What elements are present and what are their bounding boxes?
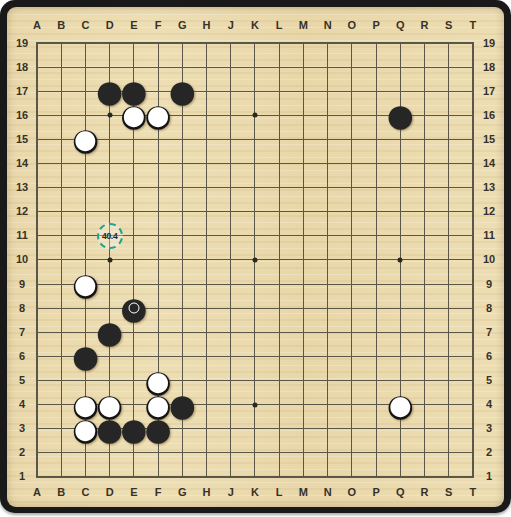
intersection-f7[interactable] xyxy=(146,320,170,344)
intersection-s1[interactable] xyxy=(437,465,461,489)
intersection-j18[interactable] xyxy=(219,55,243,79)
intersection-j19[interactable] xyxy=(219,31,243,55)
intersection-q16[interactable]: ● xyxy=(388,103,412,127)
intersection-j2[interactable] xyxy=(219,441,243,465)
intersection-a6[interactable] xyxy=(25,344,49,368)
intersection-n3[interactable] xyxy=(316,417,340,441)
intersection-c19[interactable] xyxy=(73,31,97,55)
intersection-a4[interactable] xyxy=(25,393,49,417)
intersection-g7[interactable] xyxy=(170,320,194,344)
intersection-f19[interactable] xyxy=(146,31,170,55)
intersection-q4[interactable]: ●● xyxy=(388,393,412,417)
intersection-n14[interactable] xyxy=(316,151,340,175)
intersection-b2[interactable] xyxy=(49,441,73,465)
intersection-f13[interactable] xyxy=(146,176,170,200)
intersection-b12[interactable] xyxy=(49,200,73,224)
intersection-t10[interactable] xyxy=(461,248,485,272)
intersection-a11[interactable] xyxy=(25,224,49,248)
intersection-r2[interactable] xyxy=(412,441,436,465)
intersection-k14[interactable] xyxy=(243,151,267,175)
intersection-j14[interactable] xyxy=(219,151,243,175)
intersection-p12[interactable] xyxy=(364,200,388,224)
intersection-h13[interactable] xyxy=(194,176,218,200)
intersection-c17[interactable] xyxy=(73,79,97,103)
intersection-h9[interactable] xyxy=(194,272,218,296)
intersection-d14[interactable] xyxy=(98,151,122,175)
intersection-n10[interactable] xyxy=(316,248,340,272)
intersection-b8[interactable] xyxy=(49,296,73,320)
intersection-a13[interactable] xyxy=(25,176,49,200)
intersection-c6[interactable]: ● xyxy=(73,344,97,368)
intersection-p18[interactable] xyxy=(364,55,388,79)
intersection-h10[interactable] xyxy=(194,248,218,272)
intersection-b11[interactable] xyxy=(49,224,73,248)
intersection-o17[interactable] xyxy=(340,79,364,103)
intersection-r13[interactable] xyxy=(412,176,436,200)
intersection-o13[interactable] xyxy=(340,176,364,200)
intersection-c11[interactable] xyxy=(73,224,97,248)
intersection-j17[interactable] xyxy=(219,79,243,103)
intersection-r6[interactable] xyxy=(412,344,436,368)
intersection-e14[interactable] xyxy=(122,151,146,175)
intersection-f2[interactable] xyxy=(146,441,170,465)
intersection-n11[interactable] xyxy=(316,224,340,248)
intersection-s3[interactable] xyxy=(437,417,461,441)
intersection-j10[interactable] xyxy=(219,248,243,272)
intersection-h5[interactable] xyxy=(194,368,218,392)
intersection-d12[interactable] xyxy=(98,200,122,224)
intersection-f10[interactable] xyxy=(146,248,170,272)
intersection-e16[interactable]: ●● xyxy=(122,103,146,127)
intersection-o6[interactable] xyxy=(340,344,364,368)
intersection-m7[interactable] xyxy=(291,320,315,344)
intersection-s11[interactable] xyxy=(437,224,461,248)
intersection-m1[interactable] xyxy=(291,465,315,489)
intersection-s9[interactable] xyxy=(437,272,461,296)
intersection-n19[interactable] xyxy=(316,31,340,55)
intersection-f14[interactable] xyxy=(146,151,170,175)
intersection-l9[interactable] xyxy=(267,272,291,296)
intersection-d3[interactable]: ● xyxy=(98,417,122,441)
intersection-h14[interactable] xyxy=(194,151,218,175)
intersection-k13[interactable] xyxy=(243,176,267,200)
intersection-l10[interactable] xyxy=(267,248,291,272)
intersection-g13[interactable] xyxy=(170,176,194,200)
intersection-t8[interactable] xyxy=(461,296,485,320)
intersection-h17[interactable] xyxy=(194,79,218,103)
intersection-n2[interactable] xyxy=(316,441,340,465)
intersection-q8[interactable] xyxy=(388,296,412,320)
intersection-h4[interactable] xyxy=(194,393,218,417)
intersection-l13[interactable] xyxy=(267,176,291,200)
intersection-s7[interactable] xyxy=(437,320,461,344)
intersection-g1[interactable] xyxy=(170,465,194,489)
intersection-a16[interactable] xyxy=(25,103,49,127)
intersection-k9[interactable] xyxy=(243,272,267,296)
intersection-e19[interactable] xyxy=(122,31,146,55)
intersection-f9[interactable] xyxy=(146,272,170,296)
intersection-n6[interactable] xyxy=(316,344,340,368)
intersection-e5[interactable] xyxy=(122,368,146,392)
intersection-t3[interactable] xyxy=(461,417,485,441)
intersection-o8[interactable] xyxy=(340,296,364,320)
intersection-q13[interactable] xyxy=(388,176,412,200)
intersection-r3[interactable] xyxy=(412,417,436,441)
intersection-b19[interactable] xyxy=(49,31,73,55)
intersection-r1[interactable] xyxy=(412,465,436,489)
intersection-s5[interactable] xyxy=(437,368,461,392)
intersection-l15[interactable] xyxy=(267,127,291,151)
intersection-s6[interactable] xyxy=(437,344,461,368)
intersection-s4[interactable] xyxy=(437,393,461,417)
intersection-p5[interactable] xyxy=(364,368,388,392)
intersection-d11[interactable]: 40.4 xyxy=(98,224,122,248)
intersection-m13[interactable] xyxy=(291,176,315,200)
intersection-o14[interactable] xyxy=(340,151,364,175)
intersection-j6[interactable] xyxy=(219,344,243,368)
intersection-m6[interactable] xyxy=(291,344,315,368)
intersection-l4[interactable] xyxy=(267,393,291,417)
intersection-m2[interactable] xyxy=(291,441,315,465)
intersection-s19[interactable] xyxy=(437,31,461,55)
intersection-h12[interactable] xyxy=(194,200,218,224)
intersection-k3[interactable] xyxy=(243,417,267,441)
intersection-t13[interactable] xyxy=(461,176,485,200)
intersection-t7[interactable] xyxy=(461,320,485,344)
intersection-f12[interactable] xyxy=(146,200,170,224)
intersection-m16[interactable] xyxy=(291,103,315,127)
intersection-m18[interactable] xyxy=(291,55,315,79)
intersection-s10[interactable] xyxy=(437,248,461,272)
intersection-t5[interactable] xyxy=(461,368,485,392)
intersection-b13[interactable] xyxy=(49,176,73,200)
intersection-m14[interactable] xyxy=(291,151,315,175)
intersection-d15[interactable] xyxy=(98,127,122,151)
intersection-p4[interactable] xyxy=(364,393,388,417)
intersection-b14[interactable] xyxy=(49,151,73,175)
intersection-p17[interactable] xyxy=(364,79,388,103)
intersection-b18[interactable] xyxy=(49,55,73,79)
intersection-c2[interactable] xyxy=(73,441,97,465)
intersection-r17[interactable] xyxy=(412,79,436,103)
intersection-q12[interactable] xyxy=(388,200,412,224)
intersection-q1[interactable] xyxy=(388,465,412,489)
intersection-p15[interactable] xyxy=(364,127,388,151)
intersection-g6[interactable] xyxy=(170,344,194,368)
intersection-c12[interactable] xyxy=(73,200,97,224)
intersection-m4[interactable] xyxy=(291,393,315,417)
intersection-j15[interactable] xyxy=(219,127,243,151)
intersection-b16[interactable] xyxy=(49,103,73,127)
intersection-t18[interactable] xyxy=(461,55,485,79)
intersection-o16[interactable] xyxy=(340,103,364,127)
intersection-e12[interactable] xyxy=(122,200,146,224)
intersection-k18[interactable] xyxy=(243,55,267,79)
intersection-l19[interactable] xyxy=(267,31,291,55)
intersection-n16[interactable] xyxy=(316,103,340,127)
intersection-l11[interactable] xyxy=(267,224,291,248)
intersection-q7[interactable] xyxy=(388,320,412,344)
intersection-a17[interactable] xyxy=(25,79,49,103)
intersection-h18[interactable] xyxy=(194,55,218,79)
intersection-j8[interactable] xyxy=(219,296,243,320)
intersection-b10[interactable] xyxy=(49,248,73,272)
intersection-q6[interactable] xyxy=(388,344,412,368)
intersection-l18[interactable] xyxy=(267,55,291,79)
intersection-d16[interactable] xyxy=(98,103,122,127)
intersection-r8[interactable] xyxy=(412,296,436,320)
intersection-g12[interactable] xyxy=(170,200,194,224)
intersection-f11[interactable] xyxy=(146,224,170,248)
intersection-n13[interactable] xyxy=(316,176,340,200)
intersection-m15[interactable] xyxy=(291,127,315,151)
intersection-a7[interactable] xyxy=(25,320,49,344)
intersection-l16[interactable] xyxy=(267,103,291,127)
intersection-a8[interactable] xyxy=(25,296,49,320)
intersection-o9[interactable] xyxy=(340,272,364,296)
intersection-o15[interactable] xyxy=(340,127,364,151)
intersection-q10[interactable] xyxy=(388,248,412,272)
intersection-h19[interactable] xyxy=(194,31,218,55)
intersection-h3[interactable] xyxy=(194,417,218,441)
intersection-q2[interactable] xyxy=(388,441,412,465)
intersection-c18[interactable] xyxy=(73,55,97,79)
intersection-h1[interactable] xyxy=(194,465,218,489)
intersection-r11[interactable] xyxy=(412,224,436,248)
intersection-q11[interactable] xyxy=(388,224,412,248)
intersection-b7[interactable] xyxy=(49,320,73,344)
intersection-r15[interactable] xyxy=(412,127,436,151)
intersection-o2[interactable] xyxy=(340,441,364,465)
intersection-g19[interactable] xyxy=(170,31,194,55)
intersection-h16[interactable] xyxy=(194,103,218,127)
intersection-p16[interactable] xyxy=(364,103,388,127)
intersection-k19[interactable] xyxy=(243,31,267,55)
intersection-g4[interactable]: ● xyxy=(170,393,194,417)
intersection-a5[interactable] xyxy=(25,368,49,392)
intersection-s14[interactable] xyxy=(437,151,461,175)
intersection-t6[interactable] xyxy=(461,344,485,368)
intersection-j11[interactable] xyxy=(219,224,243,248)
intersection-t4[interactable] xyxy=(461,393,485,417)
intersection-b5[interactable] xyxy=(49,368,73,392)
intersection-n17[interactable] xyxy=(316,79,340,103)
intersection-g15[interactable] xyxy=(170,127,194,151)
intersection-m9[interactable] xyxy=(291,272,315,296)
intersection-r19[interactable] xyxy=(412,31,436,55)
intersection-m3[interactable] xyxy=(291,417,315,441)
intersection-g2[interactable] xyxy=(170,441,194,465)
intersection-k10[interactable] xyxy=(243,248,267,272)
intersection-b15[interactable] xyxy=(49,127,73,151)
intersection-s8[interactable] xyxy=(437,296,461,320)
intersection-s16[interactable] xyxy=(437,103,461,127)
intersection-a10[interactable] xyxy=(25,248,49,272)
intersection-s12[interactable] xyxy=(437,200,461,224)
intersection-o3[interactable] xyxy=(340,417,364,441)
intersection-o18[interactable] xyxy=(340,55,364,79)
intersection-k15[interactable] xyxy=(243,127,267,151)
intersection-p7[interactable] xyxy=(364,320,388,344)
intersection-o10[interactable] xyxy=(340,248,364,272)
intersection-t17[interactable] xyxy=(461,79,485,103)
intersection-s15[interactable] xyxy=(437,127,461,151)
intersection-j12[interactable] xyxy=(219,200,243,224)
intersection-d19[interactable] xyxy=(98,31,122,55)
intersection-d7[interactable]: ● xyxy=(98,320,122,344)
intersection-c13[interactable] xyxy=(73,176,97,200)
intersection-o19[interactable] xyxy=(340,31,364,55)
intersection-o12[interactable] xyxy=(340,200,364,224)
intersection-e11[interactable] xyxy=(122,224,146,248)
intersection-r9[interactable] xyxy=(412,272,436,296)
intersection-r12[interactable] xyxy=(412,200,436,224)
intersection-e6[interactable] xyxy=(122,344,146,368)
intersection-a14[interactable] xyxy=(25,151,49,175)
intersection-c9[interactable]: ●● xyxy=(73,272,97,296)
intersection-k8[interactable] xyxy=(243,296,267,320)
intersection-m17[interactable] xyxy=(291,79,315,103)
intersection-n12[interactable] xyxy=(316,200,340,224)
intersection-f3[interactable]: ● xyxy=(146,417,170,441)
intersection-s2[interactable] xyxy=(437,441,461,465)
intersection-r10[interactable] xyxy=(412,248,436,272)
intersection-f1[interactable] xyxy=(146,465,170,489)
intersection-t1[interactable] xyxy=(461,465,485,489)
intersection-m5[interactable] xyxy=(291,368,315,392)
intersection-h8[interactable] xyxy=(194,296,218,320)
intersection-h6[interactable] xyxy=(194,344,218,368)
intersection-c3[interactable]: ●● xyxy=(73,417,97,441)
intersection-j7[interactable] xyxy=(219,320,243,344)
intersection-n8[interactable] xyxy=(316,296,340,320)
intersection-l17[interactable] xyxy=(267,79,291,103)
intersection-b1[interactable] xyxy=(49,465,73,489)
intersection-p14[interactable] xyxy=(364,151,388,175)
intersection-e15[interactable] xyxy=(122,127,146,151)
intersection-k17[interactable] xyxy=(243,79,267,103)
intersection-t19[interactable] xyxy=(461,31,485,55)
intersection-s13[interactable] xyxy=(437,176,461,200)
intersection-a15[interactable] xyxy=(25,127,49,151)
intersection-j1[interactable] xyxy=(219,465,243,489)
intersection-l6[interactable] xyxy=(267,344,291,368)
intersection-g3[interactable] xyxy=(170,417,194,441)
intersection-t15[interactable] xyxy=(461,127,485,151)
intersection-h2[interactable] xyxy=(194,441,218,465)
intersection-g17[interactable]: ● xyxy=(170,79,194,103)
intersection-o11[interactable] xyxy=(340,224,364,248)
intersection-b6[interactable] xyxy=(49,344,73,368)
intersection-r5[interactable] xyxy=(412,368,436,392)
intersection-k6[interactable] xyxy=(243,344,267,368)
intersection-a18[interactable] xyxy=(25,55,49,79)
intersection-l8[interactable] xyxy=(267,296,291,320)
intersection-j16[interactable] xyxy=(219,103,243,127)
intersection-t2[interactable] xyxy=(461,441,485,465)
intersection-m19[interactable] xyxy=(291,31,315,55)
intersection-o5[interactable] xyxy=(340,368,364,392)
intersection-m12[interactable] xyxy=(291,200,315,224)
intersection-p1[interactable] xyxy=(364,465,388,489)
intersection-b3[interactable] xyxy=(49,417,73,441)
intersection-p3[interactable] xyxy=(364,417,388,441)
intersection-k1[interactable] xyxy=(243,465,267,489)
intersection-t11[interactable] xyxy=(461,224,485,248)
intersection-g9[interactable] xyxy=(170,272,194,296)
intersection-m8[interactable] xyxy=(291,296,315,320)
intersection-d1[interactable] xyxy=(98,465,122,489)
intersection-f16[interactable]: ●● xyxy=(146,103,170,127)
intersection-t16[interactable] xyxy=(461,103,485,127)
intersection-a1[interactable] xyxy=(25,465,49,489)
intersection-c14[interactable] xyxy=(73,151,97,175)
intersection-p6[interactable] xyxy=(364,344,388,368)
intersection-l5[interactable] xyxy=(267,368,291,392)
intersection-g8[interactable] xyxy=(170,296,194,320)
intersection-o1[interactable] xyxy=(340,465,364,489)
intersection-p8[interactable] xyxy=(364,296,388,320)
intersection-n4[interactable] xyxy=(316,393,340,417)
intersection-r16[interactable] xyxy=(412,103,436,127)
intersection-e10[interactable] xyxy=(122,248,146,272)
intersection-c15[interactable]: ●● xyxy=(73,127,97,151)
intersection-e1[interactable] xyxy=(122,465,146,489)
intersection-g10[interactable] xyxy=(170,248,194,272)
intersection-c8[interactable] xyxy=(73,296,97,320)
intersection-l12[interactable] xyxy=(267,200,291,224)
intersection-d9[interactable] xyxy=(98,272,122,296)
intersection-n18[interactable] xyxy=(316,55,340,79)
intersection-a19[interactable] xyxy=(25,31,49,55)
intersection-c1[interactable] xyxy=(73,465,97,489)
intersection-l7[interactable] xyxy=(267,320,291,344)
intersection-k7[interactable] xyxy=(243,320,267,344)
intersection-k12[interactable] xyxy=(243,200,267,224)
intersection-t12[interactable] xyxy=(461,200,485,224)
intersection-s17[interactable] xyxy=(437,79,461,103)
intersection-n5[interactable] xyxy=(316,368,340,392)
intersection-l14[interactable] xyxy=(267,151,291,175)
intersection-f15[interactable] xyxy=(146,127,170,151)
intersection-b4[interactable] xyxy=(49,393,73,417)
intersection-p2[interactable] xyxy=(364,441,388,465)
intersection-j9[interactable] xyxy=(219,272,243,296)
intersection-n7[interactable] xyxy=(316,320,340,344)
intersection-r7[interactable] xyxy=(412,320,436,344)
intersection-d6[interactable] xyxy=(98,344,122,368)
intersection-p13[interactable] xyxy=(364,176,388,200)
intersection-a12[interactable] xyxy=(25,200,49,224)
intersection-b9[interactable] xyxy=(49,272,73,296)
intersection-m11[interactable] xyxy=(291,224,315,248)
intersection-k4[interactable] xyxy=(243,393,267,417)
intersection-k11[interactable] xyxy=(243,224,267,248)
intersection-q19[interactable] xyxy=(388,31,412,55)
intersection-n1[interactable] xyxy=(316,465,340,489)
intersection-p11[interactable] xyxy=(364,224,388,248)
intersection-m10[interactable] xyxy=(291,248,315,272)
intersection-j5[interactable] xyxy=(219,368,243,392)
intersection-r4[interactable] xyxy=(412,393,436,417)
intersection-j3[interactable] xyxy=(219,417,243,441)
intersection-e3[interactable]: ● xyxy=(122,417,146,441)
intersection-b17[interactable] xyxy=(49,79,73,103)
intersection-h11[interactable] xyxy=(194,224,218,248)
intersection-a3[interactable] xyxy=(25,417,49,441)
intersection-j4[interactable] xyxy=(219,393,243,417)
intersection-h7[interactable] xyxy=(194,320,218,344)
